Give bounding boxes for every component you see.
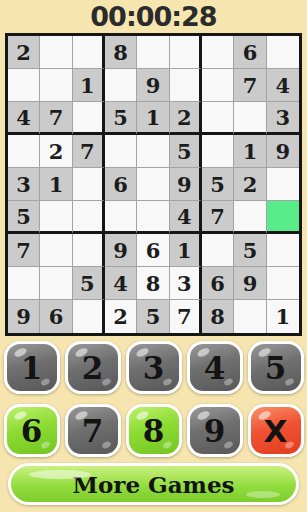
cell-r2c4[interactable] <box>105 69 137 102</box>
numpad-9[interactable]: 9 <box>187 404 243 457</box>
cell-r9c2[interactable]: 6 <box>40 300 72 333</box>
sudoku-app: 00:00:28 2861974475123275193169525477961… <box>0 0 307 512</box>
cell-r8c5[interactable]: 8 <box>137 267 169 300</box>
cell-r4c1[interactable] <box>8 135 40 168</box>
cell-r2c6[interactable] <box>170 69 202 102</box>
cell-r3c8[interactable] <box>234 102 266 135</box>
cell-r8c1[interactable] <box>8 267 40 300</box>
cell-r4c5[interactable] <box>137 135 169 168</box>
cell-r8c4[interactable]: 4 <box>105 267 137 300</box>
cell-r8c2[interactable] <box>40 267 72 300</box>
cell-r3c2[interactable]: 7 <box>40 102 72 135</box>
cell-r9c3[interactable] <box>73 300 105 333</box>
cell-r5c1[interactable]: 3 <box>8 168 40 201</box>
cell-r9c6[interactable]: 7 <box>170 300 202 333</box>
cell-r2c9[interactable]: 4 <box>267 69 299 102</box>
cell-r5c7[interactable]: 5 <box>202 168 234 201</box>
numpad-1[interactable]: 1 <box>4 341 60 394</box>
timer: 00:00:28 <box>0 1 307 32</box>
cell-r6c2[interactable] <box>40 201 72 234</box>
cell-r2c3[interactable]: 1 <box>73 69 105 102</box>
cell-r4c6[interactable]: 5 <box>170 135 202 168</box>
cell-r7c3[interactable] <box>73 234 105 267</box>
cell-r3c9[interactable]: 3 <box>267 102 299 135</box>
cell-r2c5[interactable]: 9 <box>137 69 169 102</box>
cell-r3c7[interactable] <box>202 102 234 135</box>
cell-r1c2[interactable] <box>40 36 72 69</box>
cell-r5c6[interactable]: 9 <box>170 168 202 201</box>
cell-r4c7[interactable] <box>202 135 234 168</box>
cell-r3c4[interactable]: 5 <box>105 102 137 135</box>
cell-r1c5[interactable] <box>137 36 169 69</box>
cell-r6c7[interactable]: 7 <box>202 201 234 234</box>
cell-r7c4[interactable]: 9 <box>105 234 137 267</box>
cell-r5c4[interactable]: 6 <box>105 168 137 201</box>
cell-r3c3[interactable] <box>73 102 105 135</box>
numpad-3[interactable]: 3 <box>126 341 182 394</box>
cell-r7c1[interactable]: 7 <box>8 234 40 267</box>
cell-r8c7[interactable]: 6 <box>202 267 234 300</box>
cell-r5c5[interactable] <box>137 168 169 201</box>
cell-r8c6[interactable]: 3 <box>170 267 202 300</box>
cell-r2c1[interactable] <box>8 69 40 102</box>
cell-r7c7[interactable] <box>202 234 234 267</box>
numpad-6[interactable]: 6 <box>4 404 60 457</box>
cell-r4c8[interactable]: 1 <box>234 135 266 168</box>
cell-r2c2[interactable] <box>40 69 72 102</box>
numpad-4[interactable]: 4 <box>187 341 243 394</box>
number-pad: 123456789X <box>0 341 307 467</box>
cell-r9c7[interactable]: 8 <box>202 300 234 333</box>
cell-r3c5[interactable]: 1 <box>137 102 169 135</box>
cell-r9c8[interactable] <box>234 300 266 333</box>
cell-r9c4[interactable]: 2 <box>105 300 137 333</box>
cell-r7c9[interactable] <box>267 234 299 267</box>
cell-r7c6[interactable]: 1 <box>170 234 202 267</box>
keypad-row-2: 6789X <box>0 404 307 457</box>
cell-r1c8[interactable]: 6 <box>234 36 266 69</box>
cell-r8c9[interactable] <box>267 267 299 300</box>
cell-r6c1[interactable]: 5 <box>8 201 40 234</box>
cell-r3c6[interactable]: 2 <box>170 102 202 135</box>
numpad-5[interactable]: 5 <box>248 341 304 394</box>
cell-r9c9[interactable]: 1 <box>267 300 299 333</box>
cell-r6c3[interactable] <box>73 201 105 234</box>
cell-r7c5[interactable]: 6 <box>137 234 169 267</box>
numpad-2[interactable]: 2 <box>65 341 121 394</box>
numpad-7[interactable]: 7 <box>65 404 121 457</box>
cell-r5c2[interactable]: 1 <box>40 168 72 201</box>
more-games-button[interactable]: More Games <box>8 463 299 505</box>
delete-button[interactable]: X <box>248 404 304 457</box>
cell-r6c9[interactable] <box>267 201 299 234</box>
cell-r5c3[interactable] <box>73 168 105 201</box>
sudoku-board: 2861974475123275193169525477961554836996… <box>5 33 302 336</box>
cell-r4c4[interactable] <box>105 135 137 168</box>
cell-r8c3[interactable]: 5 <box>73 267 105 300</box>
cell-r1c3[interactable] <box>73 36 105 69</box>
cell-r9c1[interactable]: 9 <box>8 300 40 333</box>
cell-r8c8[interactable]: 9 <box>234 267 266 300</box>
cell-r4c9[interactable]: 9 <box>267 135 299 168</box>
numpad-8[interactable]: 8 <box>126 404 182 457</box>
cell-r6c5[interactable] <box>137 201 169 234</box>
cell-r1c6[interactable] <box>170 36 202 69</box>
cell-r5c9[interactable] <box>267 168 299 201</box>
cell-r2c8[interactable]: 7 <box>234 69 266 102</box>
cell-r5c8[interactable]: 2 <box>234 168 266 201</box>
cell-r4c3[interactable]: 7 <box>73 135 105 168</box>
cell-r9c5[interactable]: 5 <box>137 300 169 333</box>
keypad-row-1: 12345 <box>0 341 307 394</box>
cell-r3c1[interactable]: 4 <box>8 102 40 135</box>
cell-r6c8[interactable] <box>234 201 266 234</box>
cell-r1c1[interactable]: 2 <box>8 36 40 69</box>
cell-r6c6[interactable]: 4 <box>170 201 202 234</box>
cell-r7c2[interactable] <box>40 234 72 267</box>
cell-r7c8[interactable]: 5 <box>234 234 266 267</box>
cell-r1c7[interactable] <box>202 36 234 69</box>
cell-r4c2[interactable]: 2 <box>40 135 72 168</box>
cell-r1c9[interactable] <box>267 36 299 69</box>
cell-r1c4[interactable]: 8 <box>105 36 137 69</box>
cell-r6c4[interactable] <box>105 201 137 234</box>
cell-r2c7[interactable] <box>202 69 234 102</box>
